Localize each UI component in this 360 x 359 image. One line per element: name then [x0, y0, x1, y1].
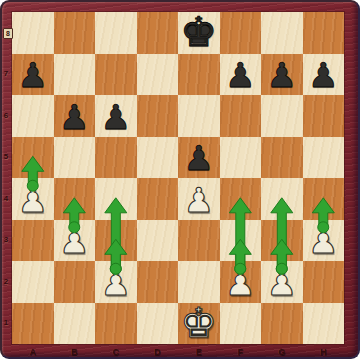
square-h7[interactable]: ♟	[303, 54, 345, 96]
square-a1[interactable]	[12, 303, 54, 345]
square-e7[interactable]	[178, 54, 220, 96]
black-pawn-f7[interactable]: ♟	[220, 54, 262, 96]
rank-label-6: 6	[0, 111, 12, 120]
square-h2[interactable]	[303, 261, 345, 303]
square-b5[interactable]	[54, 137, 96, 179]
square-d1[interactable]	[137, 303, 179, 345]
white-king-e1[interactable]: ♚	[178, 303, 220, 345]
square-e3[interactable]	[178, 220, 220, 262]
white-pawn-c2[interactable]: ♟	[95, 261, 137, 303]
square-b4[interactable]	[54, 178, 96, 220]
square-h6[interactable]	[303, 95, 345, 137]
rank-label-1: 1	[0, 318, 12, 327]
square-b6[interactable]: ♟	[54, 95, 96, 137]
rank-label-4: 4	[0, 194, 12, 203]
square-c3[interactable]	[95, 220, 137, 262]
square-g4[interactable]	[261, 178, 303, 220]
square-c4[interactable]	[95, 178, 137, 220]
square-h3[interactable]: ♟	[303, 220, 345, 262]
square-d2[interactable]	[137, 261, 179, 303]
square-h8[interactable]	[303, 12, 345, 54]
square-f6[interactable]	[220, 95, 262, 137]
square-c8[interactable]	[95, 12, 137, 54]
white-pawn-f2[interactable]: ♟	[220, 261, 262, 303]
square-h5[interactable]	[303, 137, 345, 179]
black-pawn-b6[interactable]: ♟	[54, 95, 96, 137]
square-f4[interactable]	[220, 178, 262, 220]
square-e8[interactable]: ♚	[178, 12, 220, 54]
file-label-a: A	[12, 347, 54, 357]
square-c5[interactable]	[95, 137, 137, 179]
rank-label-5: 5	[0, 152, 12, 161]
square-c6[interactable]: ♟	[95, 95, 137, 137]
square-g7[interactable]: ♟	[261, 54, 303, 96]
white-pawn-b3[interactable]: ♟	[54, 220, 96, 262]
square-d8[interactable]	[137, 12, 179, 54]
white-pawn-g2[interactable]: ♟	[261, 261, 303, 303]
square-a2[interactable]	[12, 261, 54, 303]
file-label-b: B	[54, 347, 96, 357]
black-pawn-c6[interactable]: ♟	[95, 95, 137, 137]
square-d3[interactable]	[137, 220, 179, 262]
square-d7[interactable]	[137, 54, 179, 96]
square-g8[interactable]	[261, 12, 303, 54]
square-h4[interactable]	[303, 178, 345, 220]
square-g1[interactable]	[261, 303, 303, 345]
file-label-f: F	[220, 347, 262, 357]
square-e1[interactable]: ♚	[178, 303, 220, 345]
square-f8[interactable]	[220, 12, 262, 54]
square-a7[interactable]: ♟	[12, 54, 54, 96]
square-a6[interactable]	[12, 95, 54, 137]
square-e6[interactable]	[178, 95, 220, 137]
square-b7[interactable]	[54, 54, 96, 96]
square-f5[interactable]	[220, 137, 262, 179]
square-a4[interactable]: ♟	[12, 178, 54, 220]
file-label-c: C	[95, 347, 137, 357]
square-d4[interactable]	[137, 178, 179, 220]
rank-label-3: 3	[0, 235, 12, 244]
square-e5[interactable]: ♟	[178, 137, 220, 179]
square-c7[interactable]	[95, 54, 137, 96]
chess-app: ♚♟♟♟♟♟♟♟♟♟♟♟♟♟♟♚ 87654321 ABCDEFGH	[0, 0, 360, 359]
square-b2[interactable]	[54, 261, 96, 303]
black-pawn-a7[interactable]: ♟	[12, 54, 54, 96]
white-pawn-h3[interactable]: ♟	[303, 220, 345, 262]
chess-board: ♚♟♟♟♟♟♟♟♟♟♟♟♟♟♟♚	[12, 12, 344, 344]
file-label-h: H	[303, 347, 345, 357]
square-f2[interactable]: ♟	[220, 261, 262, 303]
file-label-e: E	[178, 347, 220, 357]
black-pawn-h7[interactable]: ♟	[303, 54, 345, 96]
file-label-d: D	[137, 347, 179, 357]
square-g6[interactable]	[261, 95, 303, 137]
square-f7[interactable]: ♟	[220, 54, 262, 96]
file-label-g: G	[261, 347, 303, 357]
square-b8[interactable]	[54, 12, 96, 54]
square-b3[interactable]: ♟	[54, 220, 96, 262]
square-a3[interactable]	[12, 220, 54, 262]
black-pawn-g7[interactable]: ♟	[261, 54, 303, 96]
rank-label-7: 7	[0, 69, 12, 78]
square-c2[interactable]: ♟	[95, 261, 137, 303]
square-h1[interactable]	[303, 303, 345, 345]
square-a5[interactable]	[12, 137, 54, 179]
square-g3[interactable]	[261, 220, 303, 262]
square-b1[interactable]	[54, 303, 96, 345]
square-d6[interactable]	[137, 95, 179, 137]
rank-label-2: 2	[0, 277, 12, 286]
white-pawn-e4[interactable]: ♟	[178, 178, 220, 220]
rank-label-8: 8	[3, 28, 13, 39]
square-e2[interactable]	[178, 261, 220, 303]
black-pawn-e5[interactable]: ♟	[178, 137, 220, 179]
square-c1[interactable]	[95, 303, 137, 345]
black-king-e8[interactable]: ♚	[178, 12, 220, 54]
white-pawn-a4[interactable]: ♟	[12, 178, 54, 220]
square-e4[interactable]: ♟	[178, 178, 220, 220]
square-d5[interactable]	[137, 137, 179, 179]
square-a8[interactable]	[12, 12, 54, 54]
square-f1[interactable]	[220, 303, 262, 345]
square-f3[interactable]	[220, 220, 262, 262]
square-g5[interactable]	[261, 137, 303, 179]
square-g2[interactable]: ♟	[261, 261, 303, 303]
